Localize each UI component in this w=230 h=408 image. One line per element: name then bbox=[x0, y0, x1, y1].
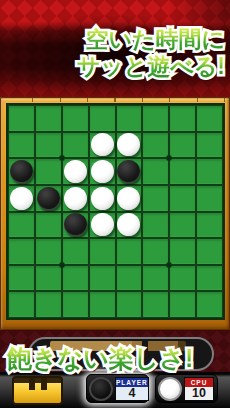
white-disc bbox=[64, 187, 87, 210]
board-cell-c8[interactable] bbox=[62, 291, 89, 318]
board-cell-g3[interactable] bbox=[169, 158, 196, 185]
board-cell-b1[interactable] bbox=[35, 105, 62, 132]
board-cell-f5[interactable] bbox=[142, 212, 169, 239]
white-disc bbox=[91, 160, 114, 183]
board-cell-f1[interactable] bbox=[142, 105, 169, 132]
board-cell-b4[interactable] bbox=[35, 185, 62, 212]
board-star-point bbox=[167, 262, 172, 267]
board-cell-g1[interactable] bbox=[169, 105, 196, 132]
board-cell-d1[interactable] bbox=[89, 105, 116, 132]
board-cell-e6[interactable] bbox=[116, 238, 143, 265]
board-grid bbox=[6, 103, 225, 320]
board-cell-e1[interactable] bbox=[116, 105, 143, 132]
banner-line-2-fill: サッと遊べる! bbox=[77, 53, 225, 79]
board-cell-g6[interactable] bbox=[169, 238, 196, 265]
board-cell-e5[interactable] bbox=[116, 212, 143, 239]
player-score-box: PLAYER 4 bbox=[115, 377, 149, 401]
board-cell-b8[interactable] bbox=[35, 291, 62, 318]
board-cell-f4[interactable] bbox=[142, 185, 169, 212]
board-cell-h7[interactable] bbox=[196, 265, 223, 292]
othello-app-screenshot: 空いた時間に 空いた時間に サッと遊べる! サッと遊べる! 飽きない楽しさ! 飽… bbox=[0, 0, 230, 408]
board-cell-a3[interactable] bbox=[8, 158, 35, 185]
cpu-white-disc-icon bbox=[158, 377, 182, 401]
white-disc bbox=[117, 133, 140, 156]
board-cell-c3[interactable] bbox=[62, 158, 89, 185]
board-cell-a1[interactable] bbox=[8, 105, 35, 132]
black-disc bbox=[64, 213, 87, 236]
white-disc bbox=[91, 213, 114, 236]
white-disc bbox=[117, 213, 140, 236]
board-cell-d4[interactable] bbox=[89, 185, 116, 212]
cpu-score-box: CPU 10 bbox=[184, 377, 214, 401]
board-cell-f2[interactable] bbox=[142, 132, 169, 159]
board-cell-c6[interactable] bbox=[62, 238, 89, 265]
banner-line-2: サッと遊べる! サッと遊べる! bbox=[77, 53, 225, 80]
board-cell-d6[interactable] bbox=[89, 238, 116, 265]
board-frame bbox=[0, 97, 230, 330]
board-cell-d7[interactable] bbox=[89, 265, 116, 292]
board-cell-f3[interactable] bbox=[142, 158, 169, 185]
board-cell-f7[interactable] bbox=[142, 265, 169, 292]
promo-caption: 飽きない楽しさ! 飽きない楽しさ! bbox=[7, 342, 193, 375]
board-cell-h4[interactable] bbox=[196, 185, 223, 212]
banner-line-1: 空いた時間に 空いた時間に bbox=[77, 26, 225, 53]
cpu-score-panel: CPU 10 bbox=[155, 374, 218, 403]
board-star-point bbox=[59, 262, 64, 267]
board-cell-b7[interactable] bbox=[35, 265, 62, 292]
board-cell-a7[interactable] bbox=[8, 265, 35, 292]
board-cell-h8[interactable] bbox=[196, 291, 223, 318]
board-cell-c5[interactable] bbox=[62, 212, 89, 239]
board-cell-h6[interactable] bbox=[196, 238, 223, 265]
board-cell-h5[interactable] bbox=[196, 212, 223, 239]
board-star-point bbox=[59, 156, 64, 161]
white-disc bbox=[10, 187, 33, 210]
white-disc bbox=[91, 187, 114, 210]
board-cell-d8[interactable] bbox=[89, 291, 116, 318]
black-disc bbox=[117, 160, 140, 183]
board-cell-h2[interactable] bbox=[196, 132, 223, 159]
board-cell-b3[interactable] bbox=[35, 158, 62, 185]
board-cell-g5[interactable] bbox=[169, 212, 196, 239]
bottom-hud: PLAYER 4 CPU 10 bbox=[0, 372, 230, 408]
board-cell-g4[interactable] bbox=[169, 185, 196, 212]
board-cell-d3[interactable] bbox=[89, 158, 116, 185]
board-cell-d5[interactable] bbox=[89, 212, 116, 239]
white-disc bbox=[91, 133, 114, 156]
player-score-panel: PLAYER 4 bbox=[86, 374, 149, 403]
board-cell-c7[interactable] bbox=[62, 265, 89, 292]
board-cell-c2[interactable] bbox=[62, 132, 89, 159]
board-cell-e3[interactable] bbox=[116, 158, 143, 185]
board-cell-h1[interactable] bbox=[196, 105, 223, 132]
board-cell-g7[interactable] bbox=[169, 265, 196, 292]
board-cell-e2[interactable] bbox=[116, 132, 143, 159]
board-cell-h3[interactable] bbox=[196, 158, 223, 185]
black-disc bbox=[10, 160, 33, 183]
board-cell-b2[interactable] bbox=[35, 132, 62, 159]
white-disc bbox=[64, 160, 87, 183]
cpu-score-value: 10 bbox=[185, 387, 213, 400]
board-cell-g8[interactable] bbox=[169, 291, 196, 318]
promo-banner: 空いた時間に 空いた時間に サッと遊べる! サッと遊べる! bbox=[0, 0, 230, 97]
board-cell-a2[interactable] bbox=[8, 132, 35, 159]
board-cell-b5[interactable] bbox=[35, 212, 62, 239]
board-cell-f6[interactable] bbox=[142, 238, 169, 265]
board-cell-c4[interactable] bbox=[62, 185, 89, 212]
board-cell-d2[interactable] bbox=[89, 132, 116, 159]
banner-line-1-fill: 空いた時間に bbox=[85, 26, 225, 52]
board-cell-e4[interactable] bbox=[116, 185, 143, 212]
board-cell-c1[interactable] bbox=[62, 105, 89, 132]
board-cell-e8[interactable] bbox=[116, 291, 143, 318]
banner-text: 空いた時間に 空いた時間に サッと遊べる! サッと遊べる! bbox=[77, 26, 225, 80]
pause-button[interactable] bbox=[12, 376, 63, 405]
board-cell-a5[interactable] bbox=[8, 212, 35, 239]
white-disc bbox=[117, 187, 140, 210]
board-cell-a4[interactable] bbox=[8, 185, 35, 212]
promo-caption-fill: 飽きない楽しさ! bbox=[7, 344, 193, 372]
board-cell-f8[interactable] bbox=[142, 291, 169, 318]
board-cell-g2[interactable] bbox=[169, 132, 196, 159]
player-black-disc-icon bbox=[89, 377, 113, 401]
board-cell-e7[interactable] bbox=[116, 265, 143, 292]
board-cell-a6[interactable] bbox=[8, 238, 35, 265]
player-score-value: 4 bbox=[116, 387, 148, 400]
black-disc bbox=[37, 187, 60, 210]
pause-icon bbox=[14, 378, 61, 390]
board-star-point bbox=[167, 156, 172, 161]
board-cell-b6[interactable] bbox=[35, 238, 62, 265]
board-cell-a8[interactable] bbox=[8, 291, 35, 318]
